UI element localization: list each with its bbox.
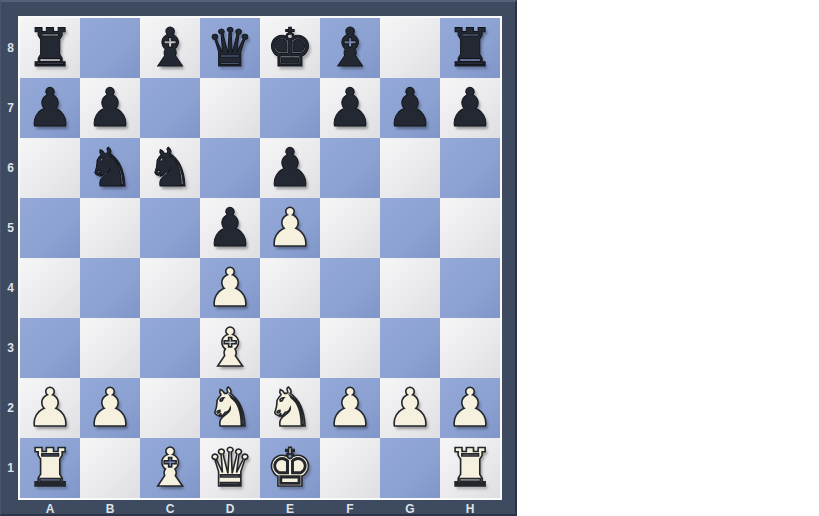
piece-black-pawn-f7[interactable]: ♟ — [326, 79, 374, 137]
square-f3[interactable] — [320, 318, 380, 378]
square-b2[interactable]: ♟ — [80, 378, 140, 438]
rank-label-5: 5 — [1, 198, 20, 258]
square-g6[interactable] — [380, 138, 440, 198]
piece-white-king-e1[interactable]: ♚ — [266, 439, 314, 497]
square-h5[interactable] — [440, 198, 500, 258]
file-label-f: F — [320, 500, 380, 516]
square-b4[interactable] — [80, 258, 140, 318]
file-labels: ABCDEFGH — [20, 500, 500, 516]
piece-black-pawn-g7[interactable]: ♟ — [386, 79, 434, 137]
piece-white-knight-d2[interactable]: ♞ — [206, 379, 254, 437]
piece-black-knight-b6[interactable]: ♞ — [86, 139, 134, 197]
square-h7[interactable]: ♟ — [440, 78, 500, 138]
piece-black-rook-a8[interactable]: ♜ — [26, 19, 74, 77]
piece-white-rook-a1[interactable]: ♜ — [26, 439, 74, 497]
square-a3[interactable] — [20, 318, 80, 378]
square-b1[interactable] — [80, 438, 140, 498]
square-h2[interactable]: ♟ — [440, 378, 500, 438]
square-f6[interactable] — [320, 138, 380, 198]
piece-white-bishop-c1[interactable]: ♝ — [146, 439, 194, 497]
square-h8[interactable]: ♜ — [440, 18, 500, 78]
piece-white-rook-h1[interactable]: ♜ — [446, 439, 494, 497]
rank-label-1: 1 — [1, 438, 20, 498]
square-g8[interactable] — [380, 18, 440, 78]
square-a2[interactable]: ♟ — [20, 378, 80, 438]
piece-black-pawn-d5[interactable]: ♟ — [206, 199, 254, 257]
square-d1[interactable]: ♛ — [200, 438, 260, 498]
rank-labels: 87654321 — [1, 18, 20, 498]
square-d5[interactable]: ♟ — [200, 198, 260, 258]
piece-white-pawn-d4[interactable]: ♟ — [206, 259, 254, 317]
piece-white-pawn-b2[interactable]: ♟ — [86, 379, 134, 437]
square-g1[interactable] — [380, 438, 440, 498]
square-c6[interactable]: ♞ — [140, 138, 200, 198]
square-c7[interactable] — [140, 78, 200, 138]
square-a4[interactable] — [20, 258, 80, 318]
square-c8[interactable]: ♝ — [140, 18, 200, 78]
piece-white-knight-e2[interactable]: ♞ — [266, 379, 314, 437]
square-f4[interactable] — [320, 258, 380, 318]
square-a6[interactable] — [20, 138, 80, 198]
piece-black-knight-c6[interactable]: ♞ — [146, 139, 194, 197]
square-b5[interactable] — [80, 198, 140, 258]
file-label-h: H — [440, 500, 500, 516]
file-label-e: E — [260, 500, 320, 516]
piece-white-queen-d1[interactable]: ♛ — [206, 439, 254, 497]
piece-black-queen-d8[interactable]: ♛ — [206, 19, 254, 77]
file-label-d: D — [200, 500, 260, 516]
square-f8[interactable]: ♝ — [320, 18, 380, 78]
square-b8[interactable] — [80, 18, 140, 78]
piece-white-pawn-a2[interactable]: ♟ — [26, 379, 74, 437]
square-h6[interactable] — [440, 138, 500, 198]
square-h4[interactable] — [440, 258, 500, 318]
rank-label-2: 2 — [1, 378, 20, 438]
page: 87654321 ♜♝♛♚♝♜♟♟♟♟♟♞♞♟♟♟♟♝♟♟♞♞♟♟♟♜♝♛♚♜ … — [0, 0, 819, 516]
square-c4[interactable] — [140, 258, 200, 318]
square-a8[interactable]: ♜ — [20, 18, 80, 78]
piece-black-pawn-b7[interactable]: ♟ — [86, 79, 134, 137]
square-c3[interactable] — [140, 318, 200, 378]
square-g2[interactable]: ♟ — [380, 378, 440, 438]
square-e7[interactable] — [260, 78, 320, 138]
file-label-b: B — [80, 500, 140, 516]
square-g7[interactable]: ♟ — [380, 78, 440, 138]
file-label-g: G — [380, 500, 440, 516]
square-e4[interactable] — [260, 258, 320, 318]
square-g5[interactable] — [380, 198, 440, 258]
piece-black-bishop-c8[interactable]: ♝ — [146, 19, 194, 77]
square-f7[interactable]: ♟ — [320, 78, 380, 138]
file-label-c: C — [140, 500, 200, 516]
square-a7[interactable]: ♟ — [20, 78, 80, 138]
rank-label-6: 6 — [1, 138, 20, 198]
square-c1[interactable]: ♝ — [140, 438, 200, 498]
piece-black-pawn-e6[interactable]: ♟ — [266, 139, 314, 197]
square-h1[interactable]: ♜ — [440, 438, 500, 498]
square-d2[interactable]: ♞ — [200, 378, 260, 438]
square-e1[interactable]: ♚ — [260, 438, 320, 498]
square-h3[interactable] — [440, 318, 500, 378]
square-e8[interactable]: ♚ — [260, 18, 320, 78]
square-d6[interactable] — [200, 138, 260, 198]
piece-black-pawn-a7[interactable]: ♟ — [26, 79, 74, 137]
square-d4[interactable]: ♟ — [200, 258, 260, 318]
square-a5[interactable] — [20, 198, 80, 258]
piece-black-king-e8[interactable]: ♚ — [266, 19, 314, 77]
square-b3[interactable] — [80, 318, 140, 378]
square-f5[interactable] — [320, 198, 380, 258]
square-c2[interactable] — [140, 378, 200, 438]
square-e3[interactable] — [260, 318, 320, 378]
square-e2[interactable]: ♞ — [260, 378, 320, 438]
file-label-a: A — [20, 500, 80, 516]
square-b6[interactable]: ♞ — [80, 138, 140, 198]
piece-black-rook-h8[interactable]: ♜ — [446, 19, 494, 77]
square-g4[interactable] — [380, 258, 440, 318]
square-b7[interactable]: ♟ — [80, 78, 140, 138]
piece-white-pawn-f2[interactable]: ♟ — [326, 379, 374, 437]
square-e6[interactable]: ♟ — [260, 138, 320, 198]
square-a1[interactable]: ♜ — [20, 438, 80, 498]
rank-label-7: 7 — [1, 78, 20, 138]
piece-white-pawn-h2[interactable]: ♟ — [446, 379, 494, 437]
rank-label-3: 3 — [1, 318, 20, 378]
square-e5[interactable]: ♟ — [260, 198, 320, 258]
rank-label-4: 4 — [1, 258, 20, 318]
chess-board: ♜♝♛♚♝♜♟♟♟♟♟♞♞♟♟♟♟♝♟♟♞♞♟♟♟♜♝♛♚♜ — [20, 18, 500, 498]
piece-white-bishop-d3[interactable]: ♝ — [206, 319, 254, 377]
square-c5[interactable] — [140, 198, 200, 258]
square-d3[interactable]: ♝ — [200, 318, 260, 378]
piece-white-pawn-e5[interactable]: ♟ — [266, 199, 314, 257]
piece-white-pawn-g2[interactable]: ♟ — [386, 379, 434, 437]
piece-black-bishop-f8[interactable]: ♝ — [326, 19, 374, 77]
square-f2[interactable]: ♟ — [320, 378, 380, 438]
rank-label-8: 8 — [1, 18, 20, 78]
board-panel: 87654321 ♜♝♛♚♝♜♟♟♟♟♟♞♞♟♟♟♟♝♟♟♞♞♟♟♟♜♝♛♚♜ … — [0, 0, 517, 516]
square-g3[interactable] — [380, 318, 440, 378]
piece-black-pawn-h7[interactable]: ♟ — [446, 79, 494, 137]
square-f1[interactable] — [320, 438, 380, 498]
square-d8[interactable]: ♛ — [200, 18, 260, 78]
square-d7[interactable] — [200, 78, 260, 138]
